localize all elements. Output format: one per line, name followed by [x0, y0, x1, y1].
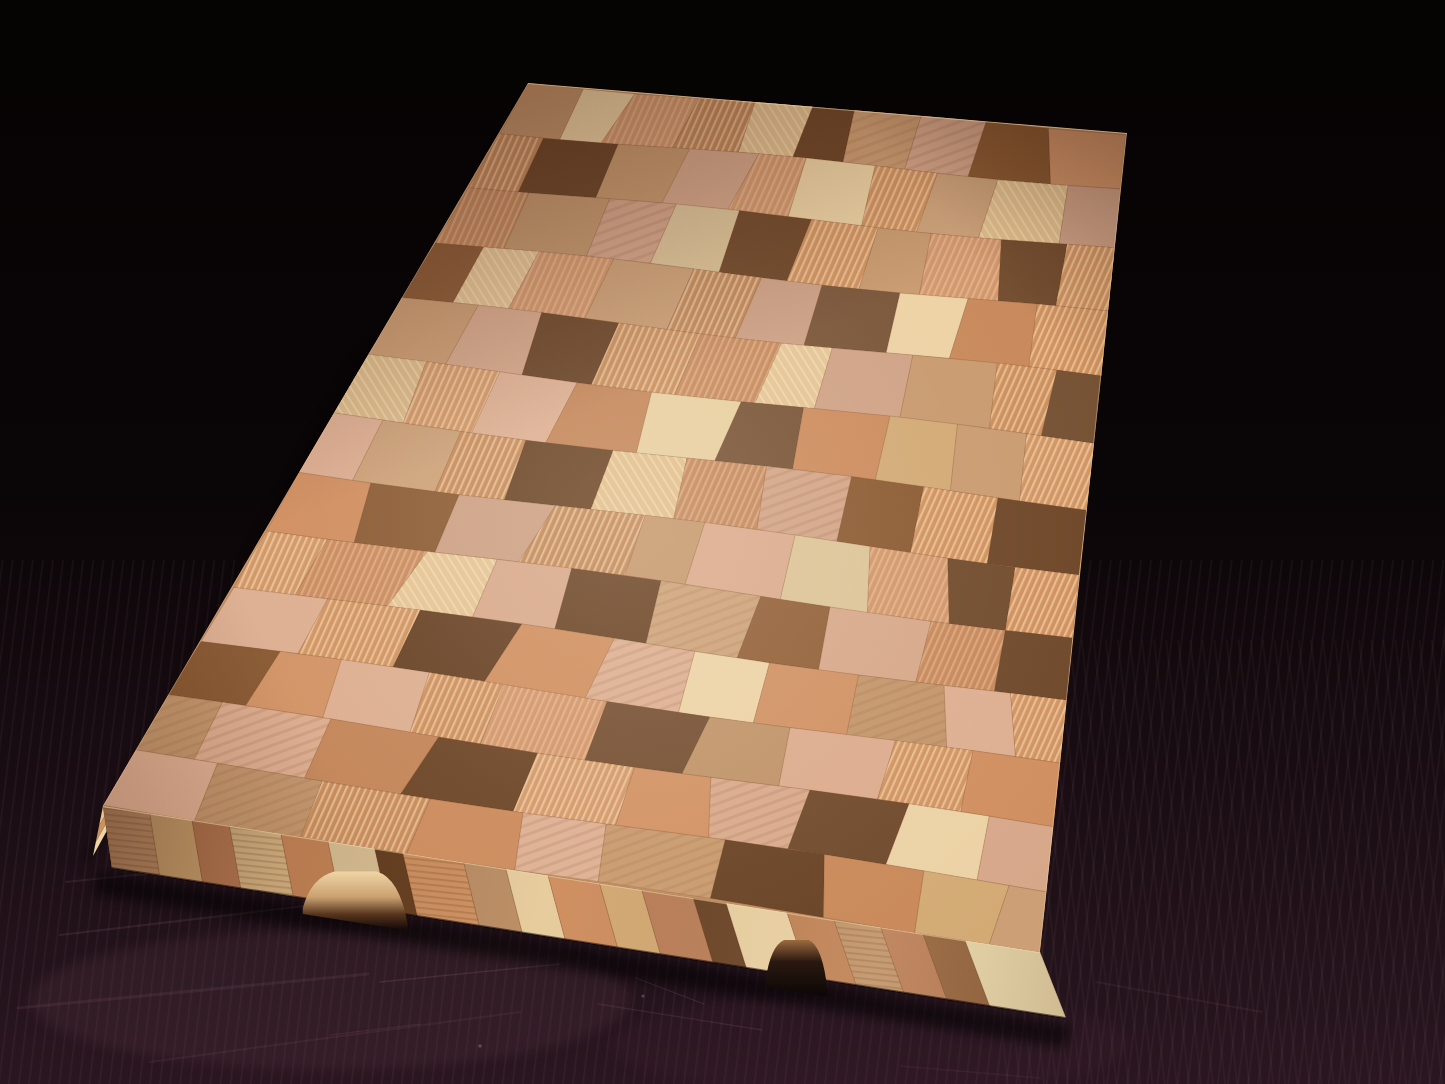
table-speck	[641, 994, 644, 997]
cutting-board-scene	[0, 0, 1445, 1084]
table-speck	[478, 1044, 482, 1048]
photo-stage	[0, 0, 1445, 1084]
